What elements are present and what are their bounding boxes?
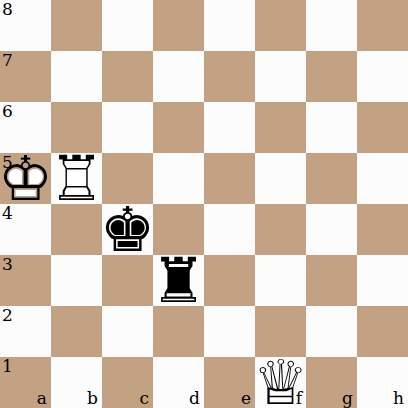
square-f8[interactable]	[255, 0, 306, 51]
square-g3[interactable]	[306, 255, 357, 306]
square-b7[interactable]	[51, 51, 102, 102]
white-rook-outline-glyph: ♖	[51, 153, 102, 204]
square-a2[interactable]: 2	[0, 306, 51, 357]
black-rook-glyph: ♜	[153, 255, 204, 306]
file-label-h: h	[393, 390, 404, 407]
square-f6[interactable]	[255, 102, 306, 153]
square-f4[interactable]	[255, 204, 306, 255]
square-f5[interactable]	[255, 153, 306, 204]
square-c6[interactable]	[102, 102, 153, 153]
file-label-g: g	[342, 390, 353, 407]
square-d8[interactable]	[153, 0, 204, 51]
square-a5[interactable]: 5♚♔	[0, 153, 51, 204]
square-e8[interactable]	[204, 0, 255, 51]
square-h8[interactable]	[357, 0, 408, 51]
square-g2[interactable]	[306, 306, 357, 357]
square-e5[interactable]	[204, 153, 255, 204]
square-a7[interactable]: 7	[0, 51, 51, 102]
piece-black-rook[interactable]: ♜	[153, 255, 204, 306]
square-d5[interactable]	[153, 153, 204, 204]
square-a8[interactable]: 8	[0, 0, 51, 51]
square-e7[interactable]	[204, 51, 255, 102]
square-e1[interactable]: e	[204, 357, 255, 408]
square-a1[interactable]: 1a	[0, 357, 51, 408]
square-d3[interactable]: ♜	[153, 255, 204, 306]
square-e4[interactable]	[204, 204, 255, 255]
square-c2[interactable]	[102, 306, 153, 357]
square-b5[interactable]: ♜♖	[51, 153, 102, 204]
file-label-c: c	[139, 390, 149, 407]
rank-label-3: 3	[2, 256, 13, 273]
rank-label-8: 8	[2, 1, 13, 18]
square-e3[interactable]	[204, 255, 255, 306]
rank-label-7: 7	[2, 52, 13, 69]
file-label-d: d	[189, 390, 200, 407]
square-f7[interactable]	[255, 51, 306, 102]
rank-label-5: 5	[2, 154, 13, 171]
square-h2[interactable]	[357, 306, 408, 357]
square-h6[interactable]	[357, 102, 408, 153]
square-b3[interactable]	[51, 255, 102, 306]
square-f1[interactable]: f♛♕	[255, 357, 306, 408]
square-b2[interactable]	[51, 306, 102, 357]
square-a3[interactable]: 3	[0, 255, 51, 306]
black-king-glyph: ♚	[102, 204, 153, 255]
square-b8[interactable]	[51, 0, 102, 51]
square-d1[interactable]: d	[153, 357, 204, 408]
square-e2[interactable]	[204, 306, 255, 357]
square-h3[interactable]	[357, 255, 408, 306]
square-c7[interactable]	[102, 51, 153, 102]
piece-white-rook[interactable]: ♜♖	[51, 153, 102, 204]
square-c8[interactable]	[102, 0, 153, 51]
square-g5[interactable]	[306, 153, 357, 204]
file-label-a: a	[37, 390, 47, 407]
rank-label-1: 1	[2, 358, 13, 375]
square-d7[interactable]	[153, 51, 204, 102]
square-h5[interactable]	[357, 153, 408, 204]
chessboard: 8765♚♔♜♖4♚3♜21abcdef♛♕gh	[0, 0, 408, 408]
square-h7[interactable]	[357, 51, 408, 102]
rank-label-4: 4	[2, 205, 13, 222]
rank-label-6: 6	[2, 103, 13, 120]
piece-black-king[interactable]: ♚	[102, 204, 153, 255]
square-h1[interactable]: h	[357, 357, 408, 408]
rank-label-2: 2	[2, 307, 13, 324]
square-g7[interactable]	[306, 51, 357, 102]
square-e6[interactable]	[204, 102, 255, 153]
square-d6[interactable]	[153, 102, 204, 153]
square-g1[interactable]: g	[306, 357, 357, 408]
square-c4[interactable]: ♚	[102, 204, 153, 255]
square-h4[interactable]	[357, 204, 408, 255]
square-c1[interactable]: c	[102, 357, 153, 408]
file-label-b: b	[87, 390, 98, 407]
file-label-e: e	[241, 390, 251, 407]
square-f3[interactable]	[255, 255, 306, 306]
square-g8[interactable]	[306, 0, 357, 51]
square-b1[interactable]: b	[51, 357, 102, 408]
square-g6[interactable]	[306, 102, 357, 153]
file-label-f: f	[296, 390, 302, 407]
square-g4[interactable]	[306, 204, 357, 255]
